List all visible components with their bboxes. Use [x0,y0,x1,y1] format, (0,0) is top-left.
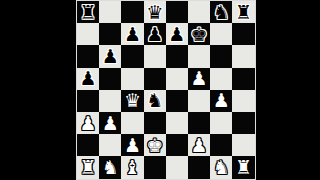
square-g3[interactable] [210,112,232,134]
square-h4[interactable] [232,90,254,112]
piece-black-pawn: ♟ [102,46,119,65]
square-d7[interactable]: ♟ [144,23,166,45]
square-d5[interactable] [144,68,166,90]
piece-white-knight: ♞ [213,157,230,176]
piece-white-pawn: ♟ [102,113,119,132]
square-f3[interactable] [188,112,210,134]
piece-black-queen: ♛ [146,2,163,21]
square-d4[interactable]: ♞ [144,90,166,112]
square-a7[interactable] [77,23,99,45]
square-c8[interactable] [121,1,143,23]
piece-white-pawn: ♟ [213,91,230,110]
square-h6[interactable] [232,45,254,67]
square-h7[interactable] [232,23,254,45]
square-c5[interactable] [121,68,143,90]
piece-white-bishop: ♝ [124,157,141,176]
square-f6[interactable] [188,45,210,67]
square-g1[interactable]: ♞ [210,156,232,178]
square-b7[interactable] [99,23,121,45]
square-a6[interactable] [77,45,99,67]
piece-white-pawn: ♟ [124,135,141,154]
piece-white-king: ♚ [146,135,163,154]
piece-black-king: ♚ [191,24,208,43]
square-e8[interactable] [166,1,188,23]
square-f8[interactable] [188,1,210,23]
piece-black-rook: ♜ [80,2,97,21]
square-b2[interactable] [99,134,121,156]
piece-black-knight: ♞ [213,2,230,21]
square-b6[interactable]: ♟ [99,45,121,67]
screenshot-background: ♜♛♞♜♟♟♟♚♟♟♟♛♞♟♟♟♟♚♟♜♞♝♞♜ [0,0,320,180]
piece-black-pawn: ♟ [124,24,141,43]
square-c1[interactable]: ♝ [121,156,143,178]
square-d8[interactable]: ♛ [144,1,166,23]
square-g5[interactable] [210,68,232,90]
piece-white-rook: ♜ [80,157,97,176]
square-a3[interactable]: ♟ [77,112,99,134]
piece-black-pawn: ♟ [168,24,185,43]
piece-white-pawn: ♟ [191,135,208,154]
square-e6[interactable] [166,45,188,67]
square-d2[interactable]: ♚ [144,134,166,156]
square-f2[interactable]: ♟ [188,134,210,156]
square-d3[interactable] [144,112,166,134]
square-e5[interactable] [166,68,188,90]
square-f7[interactable]: ♚ [188,23,210,45]
piece-white-knight: ♞ [102,157,119,176]
square-a5[interactable]: ♟ [77,68,99,90]
piece-white-pawn: ♟ [80,113,97,132]
square-e7[interactable]: ♟ [166,23,188,45]
square-d6[interactable] [144,45,166,67]
square-a2[interactable] [77,134,99,156]
piece-black-pawn: ♟ [146,24,163,43]
square-h8[interactable]: ♜ [232,1,254,23]
square-b5[interactable] [99,68,121,90]
chess-board: ♜♛♞♜♟♟♟♚♟♟♟♛♞♟♟♟♟♚♟♜♞♝♞♜ [76,0,256,180]
piece-white-queen: ♛ [124,91,141,110]
square-a8[interactable]: ♜ [77,1,99,23]
square-b4[interactable] [99,90,121,112]
square-e2[interactable] [166,134,188,156]
piece-black-knight: ♞ [146,91,163,110]
piece-white-rook: ♜ [235,157,252,176]
square-h2[interactable] [232,134,254,156]
square-f1[interactable] [188,156,210,178]
square-g2[interactable] [210,134,232,156]
square-a1[interactable]: ♜ [77,156,99,178]
square-f5[interactable]: ♟ [188,68,210,90]
square-e3[interactable] [166,112,188,134]
square-b8[interactable] [99,1,121,23]
square-g4[interactable]: ♟ [210,90,232,112]
piece-white-pawn: ♟ [191,69,208,88]
piece-black-pawn: ♟ [80,69,97,88]
square-c3[interactable] [121,112,143,134]
square-c2[interactable]: ♟ [121,134,143,156]
square-a4[interactable] [77,90,99,112]
square-c6[interactable] [121,45,143,67]
square-f4[interactable] [188,90,210,112]
square-g7[interactable] [210,23,232,45]
square-g6[interactable] [210,45,232,67]
square-b1[interactable]: ♞ [99,156,121,178]
square-e1[interactable] [166,156,188,178]
square-c7[interactable]: ♟ [121,23,143,45]
square-h5[interactable] [232,68,254,90]
square-b3[interactable]: ♟ [99,112,121,134]
square-h1[interactable]: ♜ [232,156,254,178]
square-d1[interactable] [144,156,166,178]
piece-black-rook: ♜ [235,2,252,21]
square-g8[interactable]: ♞ [210,1,232,23]
square-h3[interactable] [232,112,254,134]
square-e4[interactable] [166,90,188,112]
square-c4[interactable]: ♛ [121,90,143,112]
